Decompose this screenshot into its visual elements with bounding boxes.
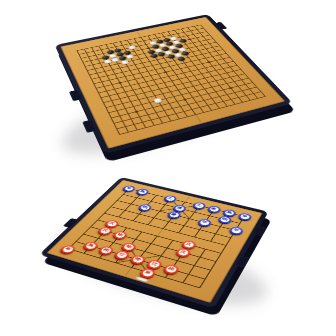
piece-character: 砲 [142,206,149,209]
piece-character: 砲 [221,218,228,222]
piece-character: 馬 [87,244,94,248]
piece-character: 兵 [185,242,192,246]
piece-character: 象 [211,207,217,210]
piece-character: 車 [242,215,248,218]
fold-clip-icon [253,225,266,235]
piece-top: 仕 [115,251,128,259]
xiangqi-grid: 車馬士士象馬車將砲砲象卒卒兵兵兵炮兵炮馬相仕帥仕相車車 [56,184,254,296]
piece-character: 仕 [150,262,158,266]
piece-character: 相 [167,267,175,272]
piece-character: 仕 [118,252,125,256]
piece-top: 相 [100,246,113,254]
piece-character: 兵 [108,222,115,226]
go-frame [55,14,293,154]
piece-top: 炮 [122,243,135,250]
piece-top: 車 [141,269,154,277]
piece-character: 卒 [233,228,240,232]
piece-character: 相 [102,248,109,252]
go-board-assembly [74,0,256,163]
piece-character: 卒 [201,221,208,225]
piece-character: 兵 [179,250,186,254]
piece-character: 士 [167,197,173,200]
piece-character: 兵 [102,229,109,233]
piece-character: 炮 [116,233,123,237]
xiangqi-board-assembly: 車馬士士象馬車將砲砲象卒卒兵兵兵炮兵炮馬相仕帥仕相車車 [72,150,248,314]
product-photo-scene: 車馬士士象馬車將砲砲象卒卒兵兵兵炮兵炮馬相仕帥仕相車車 [0,0,336,336]
xiangqi-frame: 車馬士士象馬車將砲砲象卒卒兵兵兵炮兵炮馬相仕帥仕相車車 [39,177,268,308]
piece-character: 車 [126,187,132,190]
piece-character: 馬 [226,211,232,214]
fold-clip-icon [235,256,250,268]
piece-top: 馬 [84,242,97,249]
piece-top: 仕 [148,260,161,268]
piece-top: 兵 [99,227,111,234]
piece-character: 車 [64,247,72,251]
piece-top: 相 [165,265,178,273]
piece-character: 馬 [139,190,145,193]
piece-character: 炮 [125,245,132,249]
piece-character: 士 [196,204,202,207]
piece-character: 車 [144,270,152,275]
piece-top: 車 [61,245,74,252]
